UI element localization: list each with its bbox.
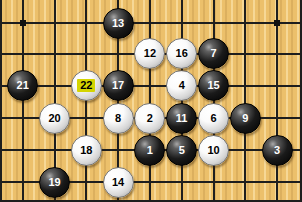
grid-line (244, 0, 246, 202)
stone-number: 22 (77, 79, 95, 92)
stone-number: 18 (79, 145, 93, 156)
stone-8: 8 (103, 103, 134, 134)
star-point (20, 20, 26, 26)
stone-number: 6 (209, 113, 217, 124)
stone-number: 14 (111, 177, 125, 188)
grid-line (213, 0, 215, 202)
stone-number: 19 (47, 177, 61, 188)
stone-21: 21 (7, 70, 38, 101)
stone-13: 13 (103, 8, 134, 39)
stone-number: 1 (146, 145, 154, 156)
stone-number: 11 (175, 113, 189, 124)
stone-16: 16 (166, 38, 197, 69)
stone-20: 20 (39, 103, 70, 134)
stone-1: 1 (134, 135, 165, 166)
grid-line (0, 22, 302, 24)
grid-line (0, 0, 2, 202)
stone-4: 4 (166, 70, 197, 101)
grid-line (300, 0, 302, 202)
grid-line (149, 0, 151, 202)
grid-line (0, 85, 302, 87)
stone-11: 11 (166, 103, 197, 134)
stone-number: 15 (206, 80, 220, 91)
grid-line (85, 0, 87, 202)
stone-number: 20 (47, 113, 61, 124)
stone-number: 10 (206, 145, 220, 156)
stone-number: 3 (273, 145, 281, 156)
star-point (274, 20, 280, 26)
grid-line (0, 200, 302, 202)
stone-number: 12 (143, 48, 157, 59)
stone-number: 4 (178, 80, 186, 91)
stone-3: 3 (262, 135, 293, 166)
stone-number: 5 (178, 145, 186, 156)
stone-number: 9 (241, 113, 249, 124)
stone-19: 19 (39, 167, 70, 198)
stone-5: 5 (166, 135, 197, 166)
stone-number: 8 (114, 113, 122, 124)
stone-12: 12 (134, 38, 165, 69)
go-board[interactable]: 12345678910111213141516171819202122 (0, 0, 302, 202)
stone-number: 7 (209, 48, 217, 59)
grid-line (276, 0, 278, 202)
stone-17: 17 (103, 70, 134, 101)
stone-number: 17 (111, 80, 125, 91)
stone-number: 21 (16, 80, 30, 91)
stone-9: 9 (230, 103, 261, 134)
stone-2: 2 (134, 103, 165, 134)
stone-10: 10 (198, 135, 229, 166)
stone-number: 16 (175, 48, 189, 59)
stone-7: 7 (198, 38, 229, 69)
grid-line (22, 0, 24, 202)
stone-15: 15 (198, 70, 229, 101)
stone-18: 18 (71, 135, 102, 166)
stone-14: 14 (103, 167, 134, 198)
stone-number: 13 (111, 18, 125, 29)
stone-6: 6 (198, 103, 229, 134)
stone-number: 2 (146, 113, 154, 124)
grid-line (181, 0, 183, 202)
stone-22: 22 (71, 70, 102, 101)
